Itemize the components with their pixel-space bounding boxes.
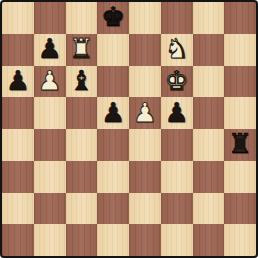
square-d1[interactable] xyxy=(97,224,129,256)
square-e8[interactable] xyxy=(129,2,161,34)
square-d6[interactable] xyxy=(97,66,129,98)
square-a2[interactable] xyxy=(2,193,34,225)
square-c2[interactable] xyxy=(66,193,98,225)
square-e6[interactable] xyxy=(129,66,161,98)
square-c3[interactable] xyxy=(66,161,98,193)
white-pawn-e5: ♟ xyxy=(133,99,157,126)
square-a5[interactable] xyxy=(2,97,34,129)
square-e3[interactable] xyxy=(129,161,161,193)
black-pawn-a6: ♟ xyxy=(6,67,30,94)
square-e2[interactable] xyxy=(129,193,161,225)
square-e1[interactable] xyxy=(129,224,161,256)
square-h8[interactable] xyxy=(224,2,256,34)
square-d4[interactable] xyxy=(97,129,129,161)
square-f7[interactable]: ♞ xyxy=(161,34,193,66)
square-h5[interactable] xyxy=(224,97,256,129)
square-d2[interactable] xyxy=(97,193,129,225)
square-e5[interactable]: ♟ xyxy=(129,97,161,129)
square-e4[interactable] xyxy=(129,129,161,161)
square-a1[interactable] xyxy=(2,224,34,256)
square-h2[interactable] xyxy=(224,193,256,225)
square-d5[interactable]: ♟ xyxy=(97,97,129,129)
square-a7[interactable] xyxy=(2,34,34,66)
square-b5[interactable] xyxy=(34,97,66,129)
white-knight-f7: ♞ xyxy=(165,35,189,62)
square-f5[interactable]: ♟ xyxy=(161,97,193,129)
square-f6[interactable]: ♚ xyxy=(161,66,193,98)
square-d8[interactable]: ♚ xyxy=(97,2,129,34)
square-f1[interactable] xyxy=(161,224,193,256)
square-a3[interactable] xyxy=(2,161,34,193)
square-g2[interactable] xyxy=(193,193,225,225)
square-g7[interactable] xyxy=(193,34,225,66)
square-b8[interactable] xyxy=(34,2,66,34)
square-g8[interactable] xyxy=(193,2,225,34)
square-h1[interactable] xyxy=(224,224,256,256)
square-h6[interactable] xyxy=(224,66,256,98)
black-pawn-b7: ♟ xyxy=(38,35,62,62)
black-pawn-f5: ♟ xyxy=(165,99,189,126)
black-rook-h4: ♜ xyxy=(228,130,252,157)
white-rook-c7: ♜ xyxy=(69,35,93,62)
square-b2[interactable] xyxy=(34,193,66,225)
square-g6[interactable] xyxy=(193,66,225,98)
square-h4[interactable]: ♜ xyxy=(224,129,256,161)
square-f2[interactable] xyxy=(161,193,193,225)
square-a4[interactable] xyxy=(2,129,34,161)
square-b3[interactable] xyxy=(34,161,66,193)
square-c5[interactable] xyxy=(66,97,98,129)
square-b6[interactable]: ♟ xyxy=(34,66,66,98)
square-d3[interactable] xyxy=(97,161,129,193)
square-g3[interactable] xyxy=(193,161,225,193)
square-g5[interactable] xyxy=(193,97,225,129)
square-c8[interactable] xyxy=(66,2,98,34)
square-c6[interactable]: ♝ xyxy=(66,66,98,98)
square-f3[interactable] xyxy=(161,161,193,193)
square-h7[interactable] xyxy=(224,34,256,66)
square-g4[interactable] xyxy=(193,129,225,161)
square-b4[interactable] xyxy=(34,129,66,161)
square-c1[interactable] xyxy=(66,224,98,256)
white-pawn-b6: ♟ xyxy=(38,67,62,94)
black-pawn-d5: ♟ xyxy=(101,99,125,126)
chess-board-frame: ♚♟♜♞♟♟♝♚♟♟♟♜ xyxy=(0,0,258,258)
square-b7[interactable]: ♟ xyxy=(34,34,66,66)
square-b1[interactable] xyxy=(34,224,66,256)
chess-board: ♚♟♜♞♟♟♝♚♟♟♟♜ xyxy=(2,2,256,256)
square-f8[interactable] xyxy=(161,2,193,34)
white-king-f6: ♚ xyxy=(165,67,189,94)
square-h3[interactable] xyxy=(224,161,256,193)
square-d7[interactable] xyxy=(97,34,129,66)
square-a8[interactable] xyxy=(2,2,34,34)
square-f4[interactable] xyxy=(161,129,193,161)
black-king-d8: ♚ xyxy=(101,3,125,30)
square-c4[interactable] xyxy=(66,129,98,161)
square-e7[interactable] xyxy=(129,34,161,66)
square-g1[interactable] xyxy=(193,224,225,256)
square-c7[interactable]: ♜ xyxy=(66,34,98,66)
black-bishop-c6: ♝ xyxy=(69,67,93,94)
square-a6[interactable]: ♟ xyxy=(2,66,34,98)
